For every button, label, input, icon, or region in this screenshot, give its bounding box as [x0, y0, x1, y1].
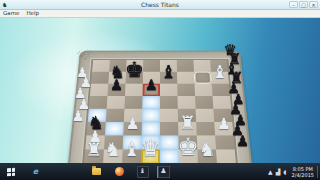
piece-white-P-h3[interactable]: ♟	[217, 117, 231, 132]
captured-black-piece: ♟	[232, 92, 245, 106]
square-c2[interactable]	[123, 135, 142, 149]
captured-black-piece: ♜	[230, 71, 244, 86]
piece-black-N-a3[interactable]: ♞	[88, 114, 104, 132]
captured-white-piece: ♟	[72, 108, 85, 122]
piece-white-P-c3[interactable]: ♟	[126, 117, 140, 132]
square-d8[interactable]	[143, 60, 160, 72]
square-a7[interactable]	[91, 72, 109, 84]
chess-board-grid	[84, 60, 236, 164]
square-a4[interactable]	[88, 109, 107, 122]
square-g2[interactable]	[197, 135, 216, 149]
square-g4[interactable]	[196, 109, 215, 122]
piece-black-K-c7[interactable]: ♚	[125, 60, 144, 82]
system-tray: ▲ ▟ ◖ 8:05 PM 2/4/2015	[268, 166, 320, 178]
square-a3[interactable]	[87, 122, 106, 136]
square-e4[interactable]	[160, 109, 178, 122]
square-c6[interactable]	[125, 84, 143, 96]
piece-white-K-f1[interactable]: ♚	[178, 136, 199, 160]
menu-bar: Game Help	[0, 10, 320, 18]
square-f7[interactable]	[177, 72, 194, 84]
square-h1[interactable]	[216, 149, 236, 164]
square-h2[interactable]	[215, 135, 235, 149]
square-e6[interactable]	[160, 84, 178, 96]
square-e8[interactable]	[160, 60, 177, 72]
square-d2[interactable]	[141, 135, 160, 149]
square-h8[interactable]	[210, 60, 228, 72]
piece-white-B-c1[interactable]: ♝	[123, 140, 141, 160]
piece-white-B-h7[interactable]: ♝	[212, 63, 228, 81]
captured-black-piece: ♟	[236, 134, 249, 149]
captured-white-piece: ♟	[76, 66, 88, 80]
chess-titans-taskbar-icon[interactable]: ♟	[157, 166, 170, 178]
taskbar: e♝♟ ▲ ▟ ◖ 8:05 PM 2/4/2015	[0, 163, 320, 180]
square-b4[interactable]	[106, 109, 125, 122]
piece-white-Q-d1[interactable]: ♛	[140, 137, 160, 160]
browser-taskbar-icon[interactable]	[113, 166, 126, 178]
square-e3[interactable]	[160, 122, 178, 136]
square-e5[interactable]	[160, 96, 178, 109]
square-e7[interactable]	[160, 72, 177, 84]
piece-white-R-a1[interactable]: ♜	[86, 141, 103, 160]
tray-expand-icon[interactable]: ▲	[268, 169, 273, 175]
frame-corner-decoration	[76, 48, 95, 60]
square-g5[interactable]	[195, 96, 213, 109]
taskbar-icons: e♝♟	[0, 166, 170, 178]
square-e2[interactable]	[160, 135, 179, 149]
piece-black-N-b7[interactable]: ♞	[110, 64, 125, 81]
menu-game[interactable]: Game	[3, 10, 19, 17]
square-f4[interactable]	[178, 109, 196, 122]
menu-help[interactable]: Help	[26, 10, 39, 17]
board-scene	[0, 18, 320, 180]
square-a5[interactable]	[89, 96, 108, 109]
square-b5[interactable]	[107, 96, 125, 109]
internet-explorer-taskbar-icon[interactable]: e	[29, 166, 42, 178]
captured-black-piece: ♟	[231, 123, 244, 138]
piece-black-P-d6[interactable]: ♟	[145, 79, 158, 94]
square-f6[interactable]	[177, 84, 195, 96]
piece-white-N-g1[interactable]: ♞	[199, 141, 216, 160]
square-b8[interactable]	[109, 60, 126, 72]
square-h6[interactable]	[212, 84, 230, 96]
square-d1[interactable]	[141, 149, 160, 164]
captured-white-piece: ♟	[74, 87, 86, 101]
captured-black-piece: ♝	[225, 61, 239, 76]
square-b6[interactable]	[107, 84, 125, 96]
square-g6[interactable]	[194, 84, 212, 96]
frame-corner-decoration	[226, 48, 245, 60]
square-b2[interactable]	[104, 135, 123, 149]
square-c4[interactable]	[124, 109, 142, 122]
chess-board-frame	[67, 51, 254, 177]
captured-black-piece: ♟	[234, 112, 247, 126]
square-b7[interactable]	[108, 72, 126, 84]
captured-black-piece: ♜	[228, 52, 242, 67]
game-area: ♞♚♝♟♟♞♝♟♜♟♟♜♞♝♛♚♞♟♟♟♟♟♛♜♝♜♟♟♟♟♟♟	[0, 18, 320, 163]
app-taskbar-icon[interactable]: ♝	[136, 166, 149, 178]
piece-white-N-b1[interactable]: ♞	[104, 141, 121, 160]
captured-white-piece: ♟	[78, 97, 91, 111]
square-b3[interactable]	[105, 122, 124, 136]
piece-black-P-b6[interactable]: ♟	[110, 79, 123, 94]
taskbar-clock[interactable]: 8:05 PM 2/4/2015	[290, 166, 318, 178]
volume-icon[interactable]: ◖	[283, 169, 286, 175]
square-b1[interactable]	[103, 149, 123, 164]
square-c1[interactable]	[122, 149, 141, 164]
square-g8[interactable]	[193, 60, 210, 72]
captured-black-piece: ♛	[224, 43, 237, 58]
square-d7[interactable]	[143, 72, 160, 84]
square-f8[interactable]	[177, 60, 194, 72]
square-a6[interactable]	[90, 84, 108, 96]
square-f5[interactable]	[178, 96, 196, 109]
captured-black-piece: ♟	[229, 102, 242, 116]
square-d3[interactable]	[142, 122, 160, 136]
square-c5[interactable]	[124, 96, 142, 109]
minimize-button[interactable]: –	[289, 1, 298, 8]
square-a8[interactable]	[92, 60, 110, 72]
square-d4[interactable]	[142, 109, 160, 122]
square-h5[interactable]	[213, 96, 232, 109]
clock-time: 8:05 PM	[292, 166, 314, 172]
square-c7[interactable]	[126, 72, 143, 84]
window-titlebar: ♞ Chess Titans – ▢ ✕	[0, 0, 320, 10]
square-a1[interactable]	[84, 149, 104, 164]
pieces-layer: ♞♚♝♟♟♞♝♟♜♟♟♜♞♝♛♚♞♟♟♟♟♟♛♜♝♜♟♟♟♟♟♟	[0, 18, 320, 180]
square-f1[interactable]	[179, 149, 198, 164]
captured-black-piece: ♟	[228, 82, 240, 96]
desktop: ♞ Chess Titans – ▢ ✕ Game Help ♞♚♝♟♟♞♝♟♜…	[0, 0, 320, 180]
square-h4[interactable]	[213, 109, 232, 122]
square-c3[interactable]	[123, 122, 142, 136]
square-e1[interactable]	[160, 149, 179, 164]
square-h3[interactable]	[214, 122, 233, 136]
square-g1[interactable]	[197, 149, 217, 164]
square-h7[interactable]	[211, 72, 229, 84]
square-f3[interactable]	[178, 122, 197, 136]
square-g7[interactable]	[194, 72, 212, 84]
window-title: Chess Titans	[0, 0, 320, 9]
captured-white-piece: ♟	[80, 76, 92, 90]
network-icon[interactable]: ▟	[276, 169, 281, 175]
maximize-button[interactable]: ▢	[299, 1, 308, 8]
square-a2[interactable]	[85, 135, 105, 149]
square-g3[interactable]	[196, 122, 215, 136]
piece-black-B-e7[interactable]: ♝	[160, 63, 176, 81]
piece-white-R-f3[interactable]: ♜	[179, 114, 195, 132]
square-d6[interactable]	[142, 84, 160, 96]
square-c8[interactable]	[126, 60, 143, 72]
start-taskbar-icon[interactable]	[4, 166, 17, 178]
piece-white-P-a2[interactable]: ♟	[88, 130, 102, 146]
square-f2[interactable]	[178, 135, 197, 149]
file-explorer-taskbar-icon[interactable]	[90, 166, 103, 178]
square-d5[interactable]	[142, 96, 160, 109]
close-button[interactable]: ✕	[309, 1, 318, 8]
clock-date: 2/4/2015	[292, 172, 314, 178]
